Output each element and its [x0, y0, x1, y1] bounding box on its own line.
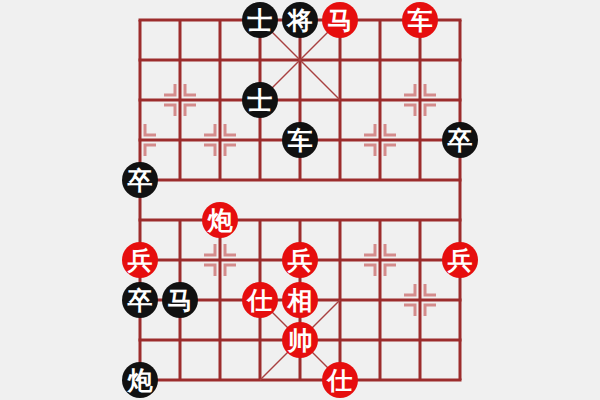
piece-black-general[interactable]: 将: [282, 2, 318, 38]
xiangqi-app: 士将马车士车卒卒炮兵兵兵卒马仕相帅炮仕: [0, 0, 600, 400]
piece-red-soldier[interactable]: 兵: [282, 242, 318, 278]
piece-red-advisor[interactable]: 仕: [242, 282, 278, 318]
piece-red-cannon[interactable]: 炮: [202, 202, 238, 238]
piece-red-chariot[interactable]: 车: [402, 2, 438, 38]
piece-black-soldier[interactable]: 卒: [122, 282, 158, 318]
piece-red-soldier[interactable]: 兵: [442, 242, 478, 278]
piece-black-soldier[interactable]: 卒: [122, 162, 158, 198]
piece-red-elephant[interactable]: 相: [282, 282, 318, 318]
piece-red-horse[interactable]: 马: [322, 2, 358, 38]
piece-black-cannon[interactable]: 炮: [122, 362, 158, 398]
piece-black-advisor[interactable]: 士: [242, 2, 278, 38]
piece-black-horse[interactable]: 马: [162, 282, 198, 318]
pieces-layer: 士将马车士车卒卒炮兵兵兵卒马仕相帅炮仕: [120, 0, 480, 400]
piece-red-advisor[interactable]: 仕: [322, 362, 358, 398]
piece-red-soldier[interactable]: 兵: [122, 242, 158, 278]
piece-black-chariot[interactable]: 车: [282, 122, 318, 158]
piece-black-advisor[interactable]: 士: [242, 82, 278, 118]
piece-red-general[interactable]: 帅: [282, 322, 318, 358]
piece-black-soldier[interactable]: 卒: [442, 122, 478, 158]
